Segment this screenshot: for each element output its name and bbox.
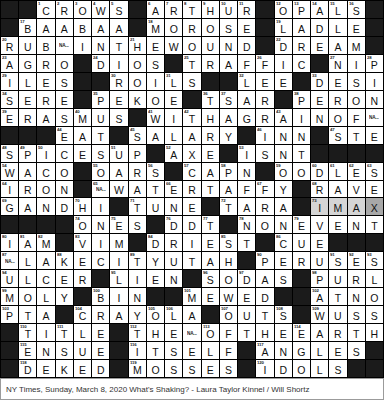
cell-r15c8[interactable]: 89T xyxy=(129,252,146,269)
cell-r3c10[interactable]: W xyxy=(165,37,182,54)
cell-r17c3[interactable]: L xyxy=(37,288,54,305)
cell-r3c16[interactable]: 22D xyxy=(275,37,292,54)
cell-r14c1[interactable]: 80I xyxy=(1,234,18,251)
cell-r6c3[interactable]: R xyxy=(37,91,54,108)
cell-r12c1[interactable]: 69G xyxy=(1,198,18,215)
cell-r19c13[interactable]: F xyxy=(220,324,237,341)
cell-r20c20[interactable]: S xyxy=(348,342,365,359)
cell-r19c18[interactable]: A xyxy=(311,324,328,341)
cell-r4c6[interactable]: 24D xyxy=(92,55,109,72)
cell-r16c18[interactable]: 98P xyxy=(311,270,328,287)
cell-r20c15[interactable]: 117A xyxy=(256,342,273,359)
cell-r20c5[interactable]: U xyxy=(74,342,91,359)
cell-r4c8[interactable]: O xyxy=(129,55,146,72)
cell-r14c14[interactable]: T xyxy=(238,234,255,251)
cell-r21c3[interactable]: E xyxy=(37,360,54,377)
cell-r8c10[interactable]: L xyxy=(165,127,182,144)
cell-r5c11[interactable]: S xyxy=(183,73,200,90)
cell-r1c4[interactable]: 2R xyxy=(56,1,73,18)
cell-r20c10[interactable]: S xyxy=(165,342,182,359)
cell-r18c9[interactable]: 105O xyxy=(147,306,164,323)
cell-r16c3[interactable]: C xyxy=(37,270,54,287)
cell-r10c4[interactable]: O xyxy=(56,163,73,180)
cell-r11c20[interactable]: V xyxy=(348,181,365,198)
cell-r16c14[interactable]: 97D xyxy=(238,270,255,287)
cell-r19c10[interactable]: E xyxy=(165,324,182,341)
cell-r15c5[interactable]: E xyxy=(74,252,91,269)
cell-r13c12[interactable]: 77T xyxy=(202,216,219,233)
cell-r3c13[interactable]: N xyxy=(220,37,237,54)
cell-r1c11[interactable]: 8T xyxy=(183,1,200,18)
cell-r20c11[interactable]: E xyxy=(183,342,200,359)
cell-r11c2[interactable]: R xyxy=(19,181,36,198)
cell-r5c18[interactable]: 33D xyxy=(311,73,328,90)
cell-r17c12[interactable]: E xyxy=(202,288,219,305)
cell-r8c9[interactable]: A xyxy=(147,127,164,144)
cell-r10c6[interactable]: 55O xyxy=(92,163,109,180)
cell-r1c20[interactable]: 16S xyxy=(348,1,365,18)
cell-r20c12[interactable]: L xyxy=(202,342,219,359)
cell-r1c7[interactable]: 5S xyxy=(110,1,127,18)
cell-r16c8[interactable]: I xyxy=(129,270,146,287)
cell-r11c13[interactable]: A xyxy=(220,181,237,198)
cell-r2c17[interactable]: A xyxy=(293,19,310,36)
cell-r11c16[interactable]: Y xyxy=(275,181,292,198)
cell-r4c3[interactable]: R xyxy=(37,55,54,72)
cell-r3c14[interactable]: D xyxy=(238,37,255,54)
cell-r5c15[interactable]: E xyxy=(256,73,273,90)
cell-r15c15[interactable]: 90P xyxy=(256,252,273,269)
cell-r6c17[interactable]: 38P xyxy=(293,91,310,108)
cell-r19c20[interactable]: T xyxy=(348,324,365,341)
cell-r20c19[interactable]: E xyxy=(329,342,346,359)
cell-r18c20[interactable]: S xyxy=(348,306,365,323)
cell-r5c1[interactable]: 29I xyxy=(1,73,18,90)
cell-r19c19[interactable]: R xyxy=(329,324,346,341)
cell-r19c15[interactable]: H xyxy=(256,324,273,341)
cell-r13c8[interactable]: S xyxy=(129,216,146,233)
cell-r20c4[interactable]: S xyxy=(56,342,73,359)
cell-r3c12[interactable]: U xyxy=(202,37,219,54)
cell-r14c18[interactable]: E xyxy=(311,234,328,251)
cell-r13c6[interactable]: N xyxy=(92,216,109,233)
cell-r7c1[interactable]: 39E xyxy=(1,109,18,126)
cell-r14c5[interactable]: 83V xyxy=(74,234,91,251)
cell-r21c12[interactable]: E xyxy=(202,360,219,377)
cell-r3c19[interactable]: A xyxy=(329,37,346,54)
cell-r18c8[interactable]: Y xyxy=(129,306,146,323)
cell-r15c4[interactable]: 88K xyxy=(56,252,73,269)
cell-r21c4[interactable]: K xyxy=(56,360,73,377)
cell-r6c15[interactable]: R xyxy=(256,91,273,108)
cell-r10c13[interactable]: 58P xyxy=(220,163,237,180)
cell-r2c2[interactable]: 17B xyxy=(19,19,36,36)
cell-r3c17[interactable]: R xyxy=(293,37,310,54)
cell-r1c3[interactable]: 1C xyxy=(37,1,54,18)
cell-r18c14[interactable]: U xyxy=(238,306,255,323)
cell-r5c16[interactable]: E xyxy=(275,73,292,90)
cell-r12c18[interactable]: 73I xyxy=(311,198,328,215)
cell-r21c9[interactable]: O xyxy=(147,360,164,377)
cell-r8c8[interactable]: 45S xyxy=(129,127,146,144)
cell-r15c17[interactable]: R xyxy=(293,252,310,269)
cell-r16c13[interactable]: O xyxy=(220,270,237,287)
cell-r6c20[interactable]: O xyxy=(348,91,365,108)
cell-r7c15[interactable]: R xyxy=(256,109,273,126)
cell-r2c3[interactable]: A xyxy=(37,19,54,36)
cell-r3c1[interactable]: 20R xyxy=(1,37,18,54)
cell-r4c20[interactable]: I xyxy=(348,55,365,72)
cell-r14c3[interactable]: 82M xyxy=(37,234,54,251)
cell-r15c6[interactable]: C xyxy=(92,252,109,269)
cell-r12c20[interactable]: A xyxy=(348,198,365,215)
cell-r7c14[interactable]: G xyxy=(238,109,255,126)
cell-r10c2[interactable]: A xyxy=(19,163,36,180)
cell-r4c11[interactable]: 25T xyxy=(183,55,200,72)
cell-r20c8[interactable]: 116I xyxy=(129,342,146,359)
cell-r17c21[interactable]: O xyxy=(366,288,383,305)
cell-r13c11[interactable]: D xyxy=(183,216,200,233)
cell-r2c4[interactable]: A xyxy=(56,19,73,36)
cell-r9c4[interactable]: C xyxy=(56,145,73,162)
cell-r15c11[interactable]: T xyxy=(183,252,200,269)
cell-r5c19[interactable]: E xyxy=(329,73,346,90)
cell-r7c6[interactable]: U xyxy=(92,109,109,126)
cell-r21c2[interactable]: 118D xyxy=(19,360,36,377)
cell-r13c15[interactable]: O xyxy=(256,216,273,233)
cell-r12c10[interactable]: N xyxy=(165,198,182,215)
cell-r15c12[interactable]: A xyxy=(202,252,219,269)
cell-r13c19[interactable]: E xyxy=(329,216,346,233)
cell-r15c19[interactable]: 91S xyxy=(329,252,346,269)
cell-r16c7[interactable]: 95L xyxy=(110,270,127,287)
cell-r4c4[interactable]: O xyxy=(56,55,73,72)
cell-r11c11[interactable]: R xyxy=(183,181,200,198)
cell-r8c15[interactable]: 46I xyxy=(256,127,273,144)
cell-r10c1[interactable]: 54W xyxy=(1,163,18,180)
cell-r18c21[interactable]: S xyxy=(366,306,383,323)
cell-r1c19[interactable]: 15L xyxy=(329,1,346,18)
cell-r9c16[interactable]: N xyxy=(275,145,292,162)
cell-r3c2[interactable]: U xyxy=(19,37,36,54)
cell-r14c17[interactable]: U xyxy=(293,234,310,251)
cell-r7c16[interactable]: 43A xyxy=(275,109,292,126)
cell-r2c16[interactable]: 19L xyxy=(275,19,292,36)
cell-r6c18[interactable]: E xyxy=(311,91,328,108)
cell-r17c2[interactable]: O xyxy=(19,288,36,305)
cell-r18c15[interactable]: T xyxy=(256,306,273,323)
cell-r17c14[interactable]: E xyxy=(238,288,255,305)
cell-r21c6[interactable]: D xyxy=(92,360,109,377)
cell-r19c16[interactable]: E xyxy=(275,324,292,341)
cell-r3c6[interactable]: N xyxy=(92,37,109,54)
cell-r11c19[interactable]: A xyxy=(329,181,346,198)
cell-r20c6[interactable]: E xyxy=(92,342,109,359)
cell-r13c18[interactable]: V xyxy=(311,216,328,233)
cell-r8c5[interactable]: A xyxy=(74,127,91,144)
cell-r10c16[interactable]: 59O xyxy=(275,163,292,180)
cell-r19c3[interactable]: I xyxy=(37,324,54,341)
cell-r21c19[interactable]: S xyxy=(329,360,346,377)
cell-r17c1[interactable]: 99M xyxy=(1,288,18,305)
cell-r19c6[interactable]: E xyxy=(92,324,109,341)
cell-r17c13[interactable]: W xyxy=(220,288,237,305)
cell-r8c21[interactable]: E xyxy=(366,127,383,144)
cell-r14c16[interactable]: 86C xyxy=(275,234,292,251)
cell-r17c8[interactable]: N xyxy=(129,288,146,305)
cell-r21c5[interactable]: E xyxy=(74,360,91,377)
cell-r17c15[interactable]: D xyxy=(256,288,273,305)
cell-r10c17[interactable]: O xyxy=(293,163,310,180)
cell-r2c5[interactable]: B xyxy=(74,19,91,36)
cell-r21c16[interactable]: D xyxy=(275,360,292,377)
cell-r20c3[interactable]: N xyxy=(37,342,54,359)
cell-r21c8[interactable]: 119M xyxy=(129,360,146,377)
cell-r19c14[interactable]: T xyxy=(238,324,255,341)
cell-r5c21[interactable]: I xyxy=(366,73,383,90)
cell-r6c7[interactable]: E xyxy=(110,91,127,108)
cell-r19c12[interactable]: 113O xyxy=(202,324,219,341)
cell-r12c21[interactable]: X xyxy=(366,198,383,215)
cell-r8c19[interactable]: 47S xyxy=(329,127,346,144)
cell-r6c4[interactable]: E xyxy=(56,91,73,108)
cell-r7c19[interactable]: O xyxy=(329,109,346,126)
cell-r18c7[interactable]: A xyxy=(110,306,127,323)
cell-r18c19[interactable]: U xyxy=(329,306,346,323)
cell-r12c15[interactable]: R xyxy=(256,198,273,215)
cell-r5c3[interactable]: E xyxy=(37,73,54,90)
cell-r21c10[interactable]: S xyxy=(165,360,182,377)
cell-r14c11[interactable]: I xyxy=(183,234,200,251)
cell-r6c13[interactable]: 37S xyxy=(220,91,237,108)
cell-r4c19[interactable]: 27N xyxy=(329,55,346,72)
cell-r18c2[interactable]: T xyxy=(19,306,36,323)
cell-r10c3[interactable]: C xyxy=(37,163,54,180)
cell-r10c8[interactable]: R xyxy=(129,163,146,180)
cell-r2c10[interactable]: O xyxy=(165,19,182,36)
cell-r11c12[interactable]: T xyxy=(202,181,219,198)
cell-r15c10[interactable]: U xyxy=(165,252,182,269)
cell-r4c12[interactable]: R xyxy=(202,55,219,72)
cell-r6c12[interactable]: 36T xyxy=(202,91,219,108)
cell-r16c1[interactable]: 94U xyxy=(1,270,18,287)
cell-r18c16[interactable]: 108S xyxy=(275,306,292,323)
cell-r1c14[interactable]: 11R xyxy=(238,1,255,18)
cell-r16c4[interactable]: E xyxy=(56,270,73,287)
cell-r6c10[interactable]: E xyxy=(165,91,182,108)
cell-r12c9[interactable]: U xyxy=(147,198,164,215)
cell-r12c5[interactable]: 70H xyxy=(74,198,91,215)
cell-r2c19[interactable]: L xyxy=(329,19,346,36)
cell-r17c4[interactable]: Y xyxy=(56,288,73,305)
cell-r8c20[interactable]: T xyxy=(348,127,365,144)
cell-r7c9[interactable]: 41W xyxy=(147,109,164,126)
cell-r8c4[interactable]: 44E xyxy=(56,127,73,144)
cell-r15c2[interactable]: L xyxy=(19,252,36,269)
cell-r3c11[interactable]: O xyxy=(183,37,200,54)
cell-r9c11[interactable]: X xyxy=(183,145,200,162)
cell-r10c11[interactable]: 57C xyxy=(183,163,200,180)
cell-r18c10[interactable]: 106L xyxy=(165,306,182,323)
cell-r16c10[interactable]: N xyxy=(165,270,182,287)
cell-r20c2[interactable]: 115E xyxy=(19,342,36,359)
cell-r9c17[interactable]: T xyxy=(293,145,310,162)
cell-r2c7[interactable]: A xyxy=(110,19,127,36)
cell-r7c7[interactable]: S xyxy=(110,109,127,126)
cell-r14c2[interactable]: 81A xyxy=(19,234,36,251)
cell-r9c12[interactable]: E xyxy=(202,145,219,162)
cell-r4c17[interactable]: C xyxy=(293,55,310,72)
cell-r5c9[interactable]: I xyxy=(147,73,164,90)
cell-r12c16[interactable]: A xyxy=(275,198,292,215)
cell-r9c2[interactable]: 49P xyxy=(19,145,36,162)
cell-r12c14[interactable]: A xyxy=(238,198,255,215)
cell-r4c13[interactable]: A xyxy=(220,55,237,72)
cell-r9c14[interactable]: 53I xyxy=(238,145,255,162)
cell-r13c21[interactable]: T xyxy=(366,216,383,233)
cell-r5c20[interactable]: S xyxy=(348,73,365,90)
cell-r11c9[interactable]: T xyxy=(147,181,164,198)
cell-r11c18[interactable]: 68R xyxy=(311,181,328,198)
cell-r1c10[interactable]: 7R xyxy=(165,1,182,18)
cell-r8c13[interactable]: Y xyxy=(220,127,237,144)
cell-r21c11[interactable]: S xyxy=(183,360,200,377)
cell-r1c12[interactable]: 9H xyxy=(202,1,219,18)
cell-r5c14[interactable]: 32L xyxy=(238,73,255,90)
cell-r15c3[interactable]: A xyxy=(37,252,54,269)
cell-r6c2[interactable]: E xyxy=(19,91,36,108)
cell-r2c20[interactable]: E xyxy=(348,19,365,36)
cell-r17c18[interactable]: 102A xyxy=(311,288,328,305)
cell-r10c9[interactable]: 56S xyxy=(147,163,164,180)
cell-r1c16[interactable]: 12O xyxy=(275,1,292,18)
cell-r9c3[interactable]: 50I xyxy=(37,145,54,162)
cell-r11c10[interactable]: 66E xyxy=(165,181,182,198)
cell-r20c16[interactable]: N xyxy=(275,342,292,359)
cell-r8c6[interactable]: T xyxy=(92,127,109,144)
cell-r19c21[interactable]: H xyxy=(366,324,383,341)
cell-r19c11[interactable]: NA... xyxy=(183,324,200,341)
cell-r15c21[interactable]: 93S xyxy=(366,252,383,269)
cell-r10c7[interactable]: A xyxy=(110,163,127,180)
cell-r3c7[interactable]: T xyxy=(110,37,127,54)
cell-r9c5[interactable]: E xyxy=(74,145,91,162)
cell-r2c14[interactable]: E xyxy=(238,19,255,36)
cell-r7c3[interactable]: A xyxy=(37,109,54,126)
cell-r8c12[interactable]: R xyxy=(202,127,219,144)
cell-r7c2[interactable]: R xyxy=(19,109,36,126)
cell-r14c7[interactable]: M xyxy=(110,234,127,251)
cell-r3c8[interactable]: 21H xyxy=(129,37,146,54)
cell-r11c15[interactable]: 67F xyxy=(256,181,273,198)
cell-r3c18[interactable]: E xyxy=(311,37,328,54)
cell-r15c13[interactable]: H xyxy=(220,252,237,269)
cell-r9c1[interactable]: 48S xyxy=(1,145,18,162)
cell-r10c19[interactable]: 61L xyxy=(329,163,346,180)
cell-r7c12[interactable]: H xyxy=(202,109,219,126)
cell-r14c9[interactable]: 84D xyxy=(147,234,164,251)
cell-r4c14[interactable]: F xyxy=(238,55,255,72)
cell-r12c4[interactable]: D xyxy=(56,198,73,215)
cell-r5c7[interactable]: 30R xyxy=(110,73,127,90)
cell-r11c1[interactable]: 64I xyxy=(1,181,18,198)
cell-r19c4[interactable]: 111T xyxy=(56,324,73,341)
cell-r15c9[interactable]: Y xyxy=(147,252,164,269)
cell-r13c17[interactable]: 79E xyxy=(293,216,310,233)
cell-r4c1[interactable]: 23A xyxy=(1,55,18,72)
cell-r16c9[interactable]: E xyxy=(147,270,164,287)
cell-r13c16[interactable]: N xyxy=(275,216,292,233)
cell-r18c6[interactable]: R xyxy=(92,306,109,323)
cell-r6c21[interactable]: N xyxy=(366,91,383,108)
cell-r16c20[interactable]: R xyxy=(348,270,365,287)
cell-r17c7[interactable]: I xyxy=(110,288,127,305)
cell-r18c3[interactable]: A xyxy=(37,306,54,323)
cell-r13c14[interactable]: 78N xyxy=(238,216,255,233)
cell-r2c9[interactable]: 18M xyxy=(147,19,164,36)
cell-r15c7[interactable]: I xyxy=(110,252,127,269)
cell-r4c15[interactable]: 26F xyxy=(256,55,273,72)
cell-r10c21[interactable]: 63S xyxy=(366,163,383,180)
cell-r11c14[interactable]: F xyxy=(238,181,255,198)
cell-r4c7[interactable]: I xyxy=(110,55,127,72)
cell-r19c2[interactable]: 110T xyxy=(19,324,36,341)
cell-r14c13[interactable]: 85S xyxy=(220,234,237,251)
cell-r12c11[interactable]: E xyxy=(183,198,200,215)
cell-r7c5[interactable]: 40M xyxy=(74,109,91,126)
cell-r1c5[interactable]: 3O xyxy=(74,1,91,18)
cell-r15c18[interactable]: U xyxy=(311,252,328,269)
cell-r7c10[interactable]: I xyxy=(165,109,182,126)
cell-r8c17[interactable]: N xyxy=(293,127,310,144)
cell-r17c20[interactable]: N xyxy=(348,288,365,305)
cell-r17c11[interactable]: 101M xyxy=(183,288,200,305)
cell-r7c21[interactable]: NA... xyxy=(366,109,383,126)
cell-r11c7[interactable]: W xyxy=(110,181,127,198)
cell-r11c8[interactable]: A xyxy=(129,181,146,198)
cell-r18c1[interactable]: 103P xyxy=(1,306,18,323)
cell-r16c16[interactable]: S xyxy=(275,270,292,287)
cell-r11c3[interactable]: O xyxy=(37,181,54,198)
cell-r20c13[interactable]: F xyxy=(220,342,237,359)
cell-r8c16[interactable]: N xyxy=(275,127,292,144)
cell-r7c20[interactable]: F xyxy=(348,109,365,126)
cell-r14c6[interactable]: I xyxy=(92,234,109,251)
cell-r20c9[interactable]: T xyxy=(147,342,164,359)
cell-r15c16[interactable]: E xyxy=(275,252,292,269)
cell-r10c20[interactable]: 62E xyxy=(348,163,365,180)
cell-r9c10[interactable]: 52A xyxy=(165,145,182,162)
cell-r19c5[interactable]: L xyxy=(74,324,91,341)
cell-r5c2[interactable]: L xyxy=(19,73,36,90)
cell-r9c8[interactable]: P xyxy=(129,145,146,162)
cell-r1c18[interactable]: 14A xyxy=(311,1,328,18)
cell-r16c12[interactable]: 96S xyxy=(202,270,219,287)
cell-r16c5[interactable]: R xyxy=(74,270,91,287)
cell-r3c20[interactable]: M xyxy=(348,37,365,54)
cell-r21c13[interactable]: S xyxy=(220,360,237,377)
cell-r6c19[interactable]: R xyxy=(329,91,346,108)
cell-r5c4[interactable]: S xyxy=(56,73,73,90)
cell-r12c2[interactable]: A xyxy=(19,198,36,215)
cell-r5c10[interactable]: 31L xyxy=(165,73,182,90)
cell-r15c20[interactable]: 92E xyxy=(348,252,365,269)
cell-r16c19[interactable]: U xyxy=(329,270,346,287)
cell-r18c18[interactable]: 109W xyxy=(311,306,328,323)
cell-r17c6[interactable]: 100B xyxy=(92,288,109,305)
cell-r7c13[interactable]: A xyxy=(220,109,237,126)
cell-r7c18[interactable]: N xyxy=(311,109,328,126)
